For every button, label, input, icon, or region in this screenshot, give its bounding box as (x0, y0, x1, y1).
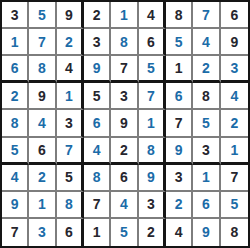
sudoku-cell-r5c4[interactable]: 6 (84, 110, 111, 137)
sudoku-cell-r7c2[interactable]: 2 (29, 165, 56, 192)
sudoku-cell-r9c6[interactable]: 2 (139, 219, 166, 246)
sudoku-cell-r4c1[interactable]: 2 (2, 83, 29, 110)
sudoku-cell-r6c3[interactable]: 7 (57, 138, 84, 165)
sudoku-cell-r8c8[interactable]: 6 (193, 192, 220, 219)
sudoku-cell-r7c4[interactable]: 8 (84, 165, 111, 192)
sudoku-cell-r3c7[interactable]: 1 (166, 56, 193, 83)
sudoku-board: 3592148761723865496849751232915376848436… (0, 0, 250, 248)
sudoku-cell-r5c2[interactable]: 4 (29, 110, 56, 137)
sudoku-cell-r3c3[interactable]: 4 (57, 56, 84, 83)
sudoku-cell-r2c7[interactable]: 5 (166, 29, 193, 56)
sudoku-cell-r8c3[interactable]: 8 (57, 192, 84, 219)
sudoku-cell-r4c9[interactable]: 4 (221, 83, 248, 110)
sudoku-cell-r9c4[interactable]: 1 (84, 219, 111, 246)
sudoku-cell-r8c9[interactable]: 5 (221, 192, 248, 219)
sudoku-cell-r6c1[interactable]: 5 (2, 138, 29, 165)
sudoku-cell-r4c5[interactable]: 3 (111, 83, 138, 110)
sudoku-cell-r2c3[interactable]: 2 (57, 29, 84, 56)
sudoku-cell-r3c9[interactable]: 3 (221, 56, 248, 83)
sudoku-cell-r1c1[interactable]: 3 (2, 2, 29, 29)
sudoku-cell-r8c4[interactable]: 7 (84, 192, 111, 219)
sudoku-cell-r4c2[interactable]: 9 (29, 83, 56, 110)
sudoku-cell-r4c7[interactable]: 6 (166, 83, 193, 110)
sudoku-cell-r8c6[interactable]: 3 (139, 192, 166, 219)
sudoku-cell-r2c4[interactable]: 3 (84, 29, 111, 56)
sudoku-cell-r8c7[interactable]: 2 (166, 192, 193, 219)
sudoku-cell-r2c5[interactable]: 8 (111, 29, 138, 56)
sudoku-cell-r4c3[interactable]: 1 (57, 83, 84, 110)
sudoku-cell-r6c7[interactable]: 9 (166, 138, 193, 165)
sudoku-cell-r6c9[interactable]: 1 (221, 138, 248, 165)
sudoku-cell-r1c2[interactable]: 5 (29, 2, 56, 29)
sudoku-cell-r5c8[interactable]: 5 (193, 110, 220, 137)
sudoku-cell-r3c2[interactable]: 8 (29, 56, 56, 83)
sudoku-cell-r7c6[interactable]: 9 (139, 165, 166, 192)
sudoku-cell-r3c5[interactable]: 7 (111, 56, 138, 83)
sudoku-cell-r4c8[interactable]: 8 (193, 83, 220, 110)
sudoku-cell-r9c8[interactable]: 9 (193, 219, 220, 246)
sudoku-cell-r1c4[interactable]: 2 (84, 2, 111, 29)
sudoku-cell-r1c5[interactable]: 1 (111, 2, 138, 29)
sudoku-cell-r5c3[interactable]: 3 (57, 110, 84, 137)
sudoku-cell-r8c2[interactable]: 1 (29, 192, 56, 219)
sudoku-cell-r9c2[interactable]: 3 (29, 219, 56, 246)
sudoku-cell-r6c6[interactable]: 8 (139, 138, 166, 165)
sudoku-cell-r5c1[interactable]: 8 (2, 110, 29, 137)
sudoku-cell-r6c5[interactable]: 2 (111, 138, 138, 165)
sudoku-cell-r6c8[interactable]: 3 (193, 138, 220, 165)
sudoku-cell-r7c7[interactable]: 3 (166, 165, 193, 192)
sudoku-cell-r2c2[interactable]: 7 (29, 29, 56, 56)
sudoku-cell-r2c8[interactable]: 4 (193, 29, 220, 56)
sudoku-cell-r3c1[interactable]: 6 (2, 56, 29, 83)
sudoku-cell-r2c9[interactable]: 9 (221, 29, 248, 56)
sudoku-cell-r9c7[interactable]: 4 (166, 219, 193, 246)
sudoku-cell-r3c4[interactable]: 9 (84, 56, 111, 83)
sudoku-cell-r1c6[interactable]: 4 (139, 2, 166, 29)
sudoku-cell-r5c7[interactable]: 7 (166, 110, 193, 137)
sudoku-cell-r1c8[interactable]: 7 (193, 2, 220, 29)
sudoku-cell-r3c6[interactable]: 5 (139, 56, 166, 83)
sudoku-cell-r7c1[interactable]: 4 (2, 165, 29, 192)
sudoku-cell-r8c5[interactable]: 4 (111, 192, 138, 219)
sudoku-cell-r1c3[interactable]: 9 (57, 2, 84, 29)
sudoku-cell-r9c9[interactable]: 8 (221, 219, 248, 246)
sudoku-cell-r8c1[interactable]: 9 (2, 192, 29, 219)
sudoku-cell-r2c1[interactable]: 1 (2, 29, 29, 56)
sudoku-cell-r5c9[interactable]: 2 (221, 110, 248, 137)
sudoku-cell-r7c8[interactable]: 1 (193, 165, 220, 192)
sudoku-cell-r7c9[interactable]: 7 (221, 165, 248, 192)
sudoku-cell-r6c4[interactable]: 4 (84, 138, 111, 165)
sudoku-cell-r4c6[interactable]: 7 (139, 83, 166, 110)
sudoku-cell-r5c6[interactable]: 1 (139, 110, 166, 137)
sudoku-cell-r7c5[interactable]: 6 (111, 165, 138, 192)
sudoku-cell-r9c3[interactable]: 6 (57, 219, 84, 246)
sudoku-cell-r1c9[interactable]: 6 (221, 2, 248, 29)
sudoku-cell-r5c5[interactable]: 9 (111, 110, 138, 137)
sudoku-cell-r1c7[interactable]: 8 (166, 2, 193, 29)
sudoku-cell-r7c3[interactable]: 5 (57, 165, 84, 192)
sudoku-cell-r4c4[interactable]: 5 (84, 83, 111, 110)
sudoku-cell-r2c6[interactable]: 6 (139, 29, 166, 56)
sudoku-cell-r3c8[interactable]: 2 (193, 56, 220, 83)
sudoku-cell-r6c2[interactable]: 6 (29, 138, 56, 165)
sudoku-cell-r9c1[interactable]: 7 (2, 219, 29, 246)
sudoku-cell-r9c5[interactable]: 5 (111, 219, 138, 246)
